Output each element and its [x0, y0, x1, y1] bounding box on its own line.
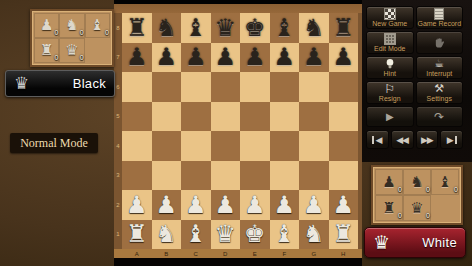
transport-nav-buttons: ◀◀◀▶▶▶ — [366, 130, 463, 149]
white-bishop[interactable]: ♝ — [273, 222, 295, 246]
rank-label-1: 1 — [114, 220, 122, 250]
square-d5[interactable] — [211, 102, 241, 132]
rank-label-8: 8 — [114, 13, 122, 43]
square-d6[interactable] — [211, 72, 241, 102]
square-h2[interactable]: ♟ — [329, 190, 359, 220]
coffee-cup-icon: ☕ — [434, 58, 444, 70]
skip-to-end-button[interactable]: ▶ — [440, 130, 463, 149]
square-a7[interactable]: ♟ — [122, 43, 152, 73]
square-f8[interactable]: ♝ — [270, 13, 300, 43]
square-e7[interactable]: ♟ — [240, 43, 270, 73]
skip-to-end-icon: ▶ — [447, 134, 457, 146]
square-b3[interactable] — [152, 161, 182, 191]
black-pawn[interactable]: ♟ — [126, 45, 148, 69]
white-king[interactable]: ♚ — [244, 222, 266, 246]
redo-arrow-icon: ↷ — [434, 111, 444, 123]
black-player-bar: ♛ Black — [5, 70, 115, 97]
black-knight-icon: ♞ — [410, 175, 423, 190]
square-d3[interactable] — [211, 161, 241, 191]
white-pawn-icon: ♟ — [40, 18, 53, 33]
white-queen-icon: ♛ — [65, 43, 78, 58]
black-rook-icon: ♜ — [382, 201, 395, 216]
skip-to-start-icon: ◀ — [372, 134, 382, 146]
chess-board: 87654321 ♜♞♝♛♚♝♞♜♟♟♟♟♟♟♟♟♟♟♟♟♟♟♟♟♜♞♝♛♚♝♞… — [114, 0, 362, 266]
white-pawn[interactable]: ♟ — [185, 193, 207, 217]
square-e1[interactable]: ♚ — [240, 220, 270, 250]
interrupt-button[interactable]: ☕Interrupt — [416, 56, 464, 79]
square-a4[interactable] — [122, 131, 152, 161]
resign-button-label: Resign — [379, 95, 401, 102]
white-queen[interactable]: ♛ — [214, 222, 236, 246]
square-c3[interactable] — [181, 161, 211, 191]
square-c8[interactable]: ♝ — [181, 13, 211, 43]
square-b1[interactable]: ♞ — [152, 220, 182, 250]
black-pawn[interactable]: ♟ — [214, 45, 236, 69]
board-squares: ♜♞♝♛♚♝♞♜♟♟♟♟♟♟♟♟♟♟♟♟♟♟♟♟♜♞♝♛♚♝♞♜ — [122, 13, 358, 249]
square-b6[interactable] — [152, 72, 182, 102]
settings-button-label: Settings — [427, 95, 452, 102]
square-b4[interactable] — [152, 131, 182, 161]
file-label-h: H — [329, 249, 359, 258]
white-crown-icon: ♛ — [373, 233, 390, 252]
white-rook[interactable]: ♜ — [126, 222, 148, 246]
rank-label-7: 7 — [114, 43, 122, 73]
black-pawn[interactable]: ♟ — [155, 45, 177, 69]
capture-count: 0 — [80, 54, 84, 61]
white-bishop[interactable]: ♝ — [185, 222, 207, 246]
fast-forward-icon: ▶▶ — [421, 134, 433, 146]
square-f3[interactable] — [270, 161, 300, 191]
capture-count: 0 — [54, 54, 58, 61]
edit-mode-button[interactable]: Edit Mode — [366, 31, 414, 54]
rank-labels: 87654321 — [114, 13, 122, 249]
square-e5[interactable] — [240, 102, 270, 132]
black-queen-icon: ♛ — [410, 201, 423, 216]
new-game-button[interactable]: New Game — [366, 6, 414, 29]
square-b5[interactable] — [152, 102, 182, 132]
black-bishop[interactable]: ♝ — [273, 16, 295, 40]
black-king[interactable]: ♚ — [244, 16, 266, 40]
lightbulb-icon — [384, 58, 396, 70]
square-c2[interactable]: ♟ — [181, 190, 211, 220]
capture-count: 0 — [398, 212, 402, 219]
white-pawn[interactable]: ♟ — [155, 193, 177, 217]
captured-black-pawn-slot: ♟0 — [375, 169, 403, 195]
black-captures-tray: ♟0♞0♝0♜0♛0 — [30, 9, 114, 67]
square-b2[interactable]: ♟ — [152, 190, 182, 220]
new-game-board-icon — [384, 8, 396, 20]
rank-label-3: 3 — [114, 161, 122, 191]
capture-count: 0 — [426, 212, 430, 219]
board-frame-bottom — [114, 258, 362, 266]
square-h4[interactable] — [329, 131, 359, 161]
rank-label-2: 2 — [114, 190, 122, 220]
rank-label-4: 4 — [114, 131, 122, 161]
captured-black-knight-slot: ♞0 — [403, 169, 431, 195]
square-d2[interactable]: ♟ — [211, 190, 241, 220]
black-rook[interactable]: ♜ — [126, 16, 148, 40]
square-g3[interactable] — [299, 161, 329, 191]
captured-black-rook-slot: ♜0 — [375, 195, 403, 221]
rank-label-5: 5 — [114, 102, 122, 132]
white-knight[interactable]: ♞ — [155, 222, 177, 246]
rank-label-6: 6 — [114, 72, 122, 102]
square-f7[interactable]: ♟ — [270, 43, 300, 73]
chess-app-window: 87654321 ♜♞♝♛♚♝♞♜♟♟♟♟♟♟♟♟♟♟♟♟♟♟♟♟♜♞♝♛♚♝♞… — [0, 0, 472, 266]
file-label-f: F — [270, 249, 300, 258]
white-pawn[interactable]: ♟ — [273, 193, 295, 217]
square-h7[interactable]: ♟ — [329, 43, 359, 73]
black-pawn[interactable]: ♟ — [244, 45, 266, 69]
settings-button[interactable]: ⚒Settings — [416, 81, 464, 104]
resign-button[interactable]: ⚐Resign — [366, 81, 414, 104]
square-e4[interactable] — [240, 131, 270, 161]
square-g5[interactable] — [299, 102, 329, 132]
square-f6[interactable] — [270, 72, 300, 102]
white-captures-tray: ♟0♞0♝0♜0♛0 — [371, 165, 463, 225]
black-pawn[interactable]: ♟ — [303, 45, 325, 69]
mode-indicator: Normal Mode — [10, 133, 98, 153]
square-e2[interactable]: ♟ — [240, 190, 270, 220]
square-g7[interactable]: ♟ — [299, 43, 329, 73]
hint-button[interactable]: Hint — [366, 56, 414, 79]
white-pawn[interactable]: ♟ — [126, 193, 148, 217]
game-record-button[interactable]: Game Record — [416, 6, 464, 29]
square-b8[interactable]: ♞ — [152, 13, 182, 43]
black-bishop-icon: ♝ — [438, 175, 451, 190]
square-f5[interactable] — [270, 102, 300, 132]
skip-to-start-button[interactable]: ◀ — [366, 130, 389, 149]
rewind-icon: ◀◀ — [396, 134, 408, 146]
square-a5[interactable] — [122, 102, 152, 132]
board-frame-top — [114, 0, 362, 13]
square-a6[interactable] — [122, 72, 152, 102]
white-pawn[interactable]: ♟ — [214, 193, 236, 217]
capture-count: 0 — [398, 186, 402, 193]
redo-button[interactable]: ↷ — [416, 106, 464, 127]
captured-white-pawn-slot: ♟0 — [34, 13, 59, 38]
white-bishop-icon: ♝ — [91, 18, 104, 33]
white-player-bar: ♛ White — [364, 227, 466, 258]
square-h6[interactable] — [329, 72, 359, 102]
square-c1[interactable]: ♝ — [181, 220, 211, 250]
square-f2[interactable]: ♟ — [270, 190, 300, 220]
white-knight-icon: ♞ — [65, 18, 78, 33]
game-record-button-label: Game Record — [417, 20, 461, 27]
hint-button-label: Hint — [384, 70, 396, 77]
captured-white-bishop-slot: ♝0 — [85, 13, 110, 38]
black-rook[interactable]: ♜ — [332, 16, 354, 40]
square-e8[interactable]: ♚ — [240, 13, 270, 43]
black-knight[interactable]: ♞ — [303, 16, 325, 40]
black-knight[interactable]: ♞ — [155, 16, 177, 40]
white-player-label: White — [422, 235, 457, 250]
black-pawn[interactable]: ♟ — [332, 45, 354, 69]
square-c7[interactable]: ♟ — [181, 43, 211, 73]
capture-count: 0 — [105, 29, 109, 36]
square-a3[interactable] — [122, 161, 152, 191]
square-c6[interactable] — [181, 72, 211, 102]
capture-count: 0 — [454, 186, 458, 193]
capture-count: 0 — [80, 29, 84, 36]
file-label-e: E — [240, 249, 270, 258]
square-a1[interactable]: ♜ — [122, 220, 152, 250]
square-g8[interactable]: ♞ — [299, 13, 329, 43]
white-pawn[interactable]: ♟ — [244, 193, 266, 217]
interrupt-button-label: Interrupt — [426, 70, 452, 77]
new-game-button-label: New Game — [372, 20, 407, 27]
square-h5[interactable] — [329, 102, 359, 132]
file-label-a: A — [122, 249, 152, 258]
capture-count: 0 — [54, 29, 58, 36]
white-knight[interactable]: ♞ — [303, 222, 325, 246]
play-button[interactable]: ▶ — [366, 106, 414, 127]
board-frame-right — [358, 13, 362, 249]
square-f4[interactable] — [270, 131, 300, 161]
white-rook-icon: ♜ — [40, 43, 53, 58]
square-c4[interactable] — [181, 131, 211, 161]
file-labels: ABCDEFGH — [122, 249, 358, 258]
black-player-label: Black — [73, 76, 106, 91]
captured-white-knight-slot: ♞0 — [59, 13, 84, 38]
rewind-button[interactable]: ◀◀ — [391, 130, 414, 149]
black-pawn[interactable]: ♟ — [185, 45, 207, 69]
file-label-b: B — [152, 249, 182, 258]
grid-icon — [384, 33, 396, 45]
captured-black-bishop-slot: ♝0 — [431, 169, 459, 195]
black-pawn-icon: ♟ — [382, 175, 395, 190]
file-label-c: C — [181, 249, 211, 258]
captured-white-rook-slot: ♜0 — [34, 38, 59, 63]
black-crown-icon: ♛ — [14, 75, 29, 92]
menu-button-grid: New GameGame RecordEdit ModeHint☕Interru… — [366, 6, 463, 104]
square-d8[interactable]: ♛ — [211, 13, 241, 43]
black-bishop[interactable]: ♝ — [185, 16, 207, 40]
square-a8[interactable]: ♜ — [122, 13, 152, 43]
square-g4[interactable] — [299, 131, 329, 161]
square-f1[interactable]: ♝ — [270, 220, 300, 250]
square-h8[interactable]: ♜ — [329, 13, 359, 43]
file-label-d: D — [211, 249, 241, 258]
edit-mode-button-label: Edit Mode — [374, 45, 406, 52]
square-d7[interactable]: ♟ — [211, 43, 241, 73]
square-h3[interactable] — [329, 161, 359, 191]
square-h1[interactable]: ♜ — [329, 220, 359, 250]
square-g1[interactable]: ♞ — [299, 220, 329, 250]
wrench-icon: ⚒ — [434, 83, 444, 95]
play-icon: ▶ — [386, 111, 394, 123]
square-b7[interactable]: ♟ — [152, 43, 182, 73]
white-flag-icon: ⚐ — [384, 83, 395, 95]
square-c5[interactable] — [181, 102, 211, 132]
transport-small-buttons: ▶↷ — [366, 106, 463, 127]
square-d1[interactable]: ♛ — [211, 220, 241, 250]
move-now-button[interactable] — [416, 31, 464, 54]
black-queen[interactable]: ♛ — [214, 16, 236, 40]
square-e6[interactable] — [240, 72, 270, 102]
captured-white-queen-slot: ♛0 — [59, 38, 84, 63]
white-rook[interactable]: ♜ — [332, 222, 354, 246]
document-icon — [434, 8, 444, 20]
hand-icon — [434, 37, 445, 49]
square-a2[interactable]: ♟ — [122, 190, 152, 220]
mode-label: Normal Mode — [20, 136, 88, 151]
square-e3[interactable] — [240, 161, 270, 191]
white-pawn[interactable]: ♟ — [332, 193, 354, 217]
black-pawn[interactable]: ♟ — [273, 45, 295, 69]
white-pawn[interactable]: ♟ — [303, 193, 325, 217]
captured-black-queen-slot: ♛0 — [403, 195, 431, 221]
square-d4[interactable] — [211, 131, 241, 161]
file-label-g: G — [299, 249, 329, 258]
square-g6[interactable] — [299, 72, 329, 102]
square-g2[interactable]: ♟ — [299, 190, 329, 220]
capture-count: 0 — [426, 186, 430, 193]
fast-forward-button[interactable]: ▶▶ — [416, 130, 439, 149]
